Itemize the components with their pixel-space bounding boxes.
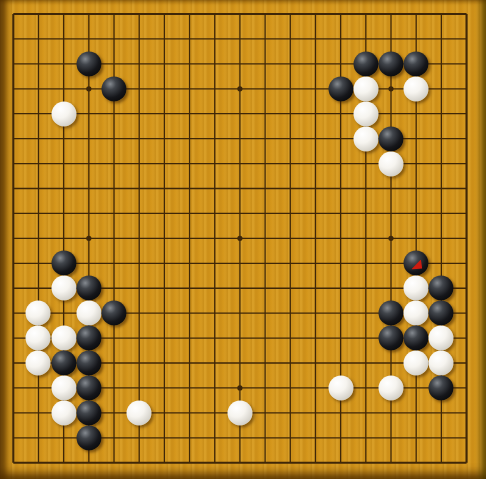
intersection[interactable] <box>353 176 378 201</box>
intersection[interactable] <box>101 375 126 400</box>
intersection[interactable] <box>1 301 26 326</box>
intersection[interactable] <box>303 251 328 276</box>
intersection[interactable] <box>227 301 252 326</box>
intersection[interactable] <box>26 151 51 176</box>
intersection[interactable] <box>454 151 479 176</box>
intersection[interactable] <box>202 301 227 326</box>
intersection[interactable] <box>353 226 378 251</box>
intersection[interactable] <box>1 251 26 276</box>
intersection[interactable] <box>227 151 252 176</box>
intersection[interactable] <box>177 251 202 276</box>
intersection[interactable] <box>177 400 202 425</box>
intersection[interactable] <box>127 301 152 326</box>
intersection[interactable] <box>454 126 479 151</box>
intersection[interactable] <box>454 201 479 226</box>
intersection[interactable] <box>177 425 202 450</box>
intersection[interactable] <box>403 450 428 475</box>
intersection[interactable] <box>454 2 479 27</box>
intersection[interactable] <box>202 251 227 276</box>
intersection[interactable] <box>51 2 76 27</box>
intersection[interactable] <box>328 51 353 76</box>
intersection[interactable] <box>328 375 353 400</box>
intersection[interactable] <box>127 226 152 251</box>
intersection[interactable] <box>152 425 177 450</box>
intersection[interactable] <box>403 2 428 27</box>
intersection[interactable] <box>76 276 101 301</box>
intersection[interactable] <box>101 2 126 27</box>
intersection[interactable] <box>127 101 152 126</box>
intersection[interactable] <box>76 26 101 51</box>
intersection[interactable] <box>227 201 252 226</box>
intersection[interactable] <box>378 251 403 276</box>
intersection[interactable] <box>227 101 252 126</box>
intersection[interactable] <box>403 176 428 201</box>
intersection[interactable] <box>127 201 152 226</box>
intersection[interactable] <box>429 350 454 375</box>
intersection[interactable] <box>353 301 378 326</box>
intersection[interactable] <box>328 350 353 375</box>
intersection[interactable] <box>177 226 202 251</box>
intersection[interactable] <box>51 400 76 425</box>
intersection[interactable] <box>26 101 51 126</box>
intersection[interactable] <box>202 276 227 301</box>
intersection[interactable] <box>101 76 126 101</box>
intersection[interactable] <box>1 276 26 301</box>
intersection[interactable] <box>278 101 303 126</box>
intersection[interactable] <box>152 76 177 101</box>
intersection[interactable] <box>76 2 101 27</box>
intersection[interactable] <box>202 101 227 126</box>
intersection[interactable] <box>51 176 76 201</box>
intersection[interactable] <box>378 450 403 475</box>
intersection[interactable] <box>127 176 152 201</box>
intersection[interactable] <box>101 176 126 201</box>
intersection[interactable] <box>252 276 277 301</box>
intersection[interactable] <box>202 201 227 226</box>
intersection[interactable] <box>303 126 328 151</box>
intersection[interactable] <box>378 326 403 351</box>
intersection[interactable] <box>378 26 403 51</box>
intersection[interactable] <box>76 176 101 201</box>
intersection[interactable] <box>1 126 26 151</box>
intersection[interactable] <box>101 101 126 126</box>
intersection[interactable] <box>429 126 454 151</box>
intersection[interactable] <box>26 176 51 201</box>
intersection[interactable] <box>328 26 353 51</box>
intersection[interactable] <box>51 76 76 101</box>
intersection[interactable] <box>26 2 51 27</box>
intersection[interactable] <box>202 126 227 151</box>
intersection[interactable] <box>328 101 353 126</box>
intersection[interactable] <box>127 251 152 276</box>
intersection[interactable] <box>51 51 76 76</box>
intersection[interactable] <box>177 350 202 375</box>
intersection[interactable] <box>227 51 252 76</box>
intersection[interactable] <box>76 151 101 176</box>
intersection[interactable] <box>278 2 303 27</box>
intersection[interactable] <box>127 425 152 450</box>
intersection[interactable] <box>303 176 328 201</box>
intersection[interactable] <box>51 251 76 276</box>
intersection[interactable] <box>328 450 353 475</box>
intersection[interactable] <box>227 400 252 425</box>
intersection[interactable] <box>403 51 428 76</box>
intersection[interactable] <box>403 26 428 51</box>
intersection[interactable] <box>26 350 51 375</box>
intersection[interactable] <box>303 301 328 326</box>
intersection[interactable] <box>328 2 353 27</box>
intersection[interactable] <box>252 176 277 201</box>
intersection[interactable] <box>403 400 428 425</box>
intersection[interactable] <box>403 276 428 301</box>
intersection[interactable] <box>177 326 202 351</box>
intersection[interactable] <box>403 101 428 126</box>
intersection[interactable] <box>51 151 76 176</box>
intersection[interactable] <box>1 26 26 51</box>
intersection[interactable] <box>1 425 26 450</box>
intersection[interactable] <box>328 76 353 101</box>
intersection[interactable] <box>152 51 177 76</box>
intersection[interactable] <box>177 76 202 101</box>
intersection[interactable] <box>303 276 328 301</box>
intersection[interactable] <box>51 101 76 126</box>
intersection[interactable] <box>278 26 303 51</box>
intersection[interactable] <box>51 301 76 326</box>
intersection[interactable] <box>177 26 202 51</box>
intersection[interactable] <box>252 326 277 351</box>
intersection[interactable] <box>177 301 202 326</box>
intersection[interactable] <box>76 126 101 151</box>
intersection[interactable] <box>76 76 101 101</box>
intersection[interactable] <box>429 26 454 51</box>
intersection[interactable] <box>227 226 252 251</box>
intersection[interactable] <box>378 2 403 27</box>
intersection[interactable] <box>353 2 378 27</box>
intersection[interactable] <box>278 126 303 151</box>
intersection[interactable] <box>76 350 101 375</box>
intersection[interactable] <box>227 276 252 301</box>
intersection[interactable] <box>152 101 177 126</box>
intersection[interactable] <box>26 400 51 425</box>
intersection[interactable] <box>252 126 277 151</box>
intersection[interactable] <box>152 400 177 425</box>
intersection[interactable] <box>177 51 202 76</box>
intersection[interactable] <box>76 425 101 450</box>
intersection[interactable] <box>303 101 328 126</box>
intersection[interactable] <box>278 176 303 201</box>
intersection[interactable] <box>127 375 152 400</box>
intersection[interactable] <box>429 2 454 27</box>
intersection[interactable] <box>51 126 76 151</box>
intersection[interactable] <box>26 425 51 450</box>
intersection[interactable] <box>227 2 252 27</box>
intersection[interactable] <box>127 276 152 301</box>
intersection[interactable] <box>378 226 403 251</box>
intersection[interactable] <box>454 251 479 276</box>
intersection[interactable] <box>101 350 126 375</box>
intersection[interactable] <box>152 450 177 475</box>
intersection[interactable] <box>1 2 26 27</box>
intersection[interactable] <box>252 226 277 251</box>
intersection[interactable] <box>278 450 303 475</box>
intersection[interactable] <box>152 326 177 351</box>
intersection[interactable] <box>429 326 454 351</box>
intersection[interactable] <box>177 126 202 151</box>
intersection[interactable] <box>152 151 177 176</box>
intersection[interactable] <box>429 176 454 201</box>
intersection[interactable] <box>101 26 126 51</box>
intersection[interactable] <box>51 201 76 226</box>
intersection[interactable] <box>328 251 353 276</box>
intersection[interactable] <box>26 201 51 226</box>
intersection[interactable] <box>26 26 51 51</box>
intersection[interactable] <box>101 276 126 301</box>
intersection[interactable] <box>1 375 26 400</box>
intersection[interactable] <box>1 326 26 351</box>
intersection[interactable] <box>227 176 252 201</box>
intersection[interactable] <box>26 226 51 251</box>
intersection[interactable] <box>202 2 227 27</box>
intersection[interactable] <box>378 425 403 450</box>
intersection[interactable] <box>51 350 76 375</box>
intersection[interactable] <box>353 375 378 400</box>
intersection[interactable] <box>227 76 252 101</box>
intersection[interactable] <box>177 151 202 176</box>
intersection[interactable] <box>429 425 454 450</box>
intersection[interactable] <box>252 101 277 126</box>
intersection[interactable] <box>403 326 428 351</box>
intersection[interactable] <box>127 2 152 27</box>
intersection[interactable] <box>252 450 277 475</box>
intersection[interactable] <box>1 151 26 176</box>
intersection[interactable] <box>328 326 353 351</box>
intersection[interactable] <box>278 151 303 176</box>
intersection[interactable] <box>353 76 378 101</box>
intersection[interactable] <box>429 101 454 126</box>
intersection[interactable] <box>152 26 177 51</box>
intersection[interactable] <box>378 201 403 226</box>
intersection[interactable] <box>227 326 252 351</box>
intersection[interactable] <box>278 251 303 276</box>
intersection[interactable] <box>26 76 51 101</box>
intersection[interactable] <box>202 326 227 351</box>
intersection[interactable] <box>303 400 328 425</box>
intersection[interactable] <box>26 251 51 276</box>
intersection[interactable] <box>353 26 378 51</box>
intersection[interactable] <box>328 151 353 176</box>
intersection[interactable] <box>26 450 51 475</box>
intersection[interactable] <box>353 201 378 226</box>
intersection[interactable] <box>1 350 26 375</box>
intersection[interactable] <box>353 276 378 301</box>
intersection[interactable] <box>26 126 51 151</box>
intersection[interactable] <box>429 201 454 226</box>
intersection[interactable] <box>303 450 328 475</box>
intersection[interactable] <box>429 400 454 425</box>
intersection[interactable] <box>353 51 378 76</box>
intersection[interactable] <box>101 301 126 326</box>
intersection[interactable] <box>378 76 403 101</box>
intersection[interactable] <box>303 226 328 251</box>
intersection[interactable] <box>177 450 202 475</box>
intersection[interactable] <box>252 151 277 176</box>
intersection[interactable] <box>252 251 277 276</box>
intersection[interactable] <box>328 201 353 226</box>
intersection[interactable] <box>328 425 353 450</box>
intersection[interactable] <box>127 76 152 101</box>
intersection[interactable] <box>227 26 252 51</box>
intersection[interactable] <box>51 450 76 475</box>
intersection[interactable] <box>429 151 454 176</box>
intersection[interactable] <box>303 375 328 400</box>
intersection[interactable] <box>177 375 202 400</box>
intersection[interactable] <box>177 2 202 27</box>
intersection[interactable] <box>378 51 403 76</box>
intersection[interactable] <box>403 251 428 276</box>
intersection[interactable] <box>328 301 353 326</box>
intersection[interactable] <box>278 425 303 450</box>
intersection[interactable] <box>152 350 177 375</box>
intersection[interactable] <box>278 51 303 76</box>
intersection[interactable] <box>127 26 152 51</box>
intersection[interactable] <box>227 350 252 375</box>
intersection[interactable] <box>76 301 101 326</box>
intersection[interactable] <box>378 151 403 176</box>
intersection[interactable] <box>227 251 252 276</box>
intersection[interactable] <box>152 126 177 151</box>
intersection[interactable] <box>429 450 454 475</box>
intersection[interactable] <box>454 26 479 51</box>
intersection[interactable] <box>252 201 277 226</box>
intersection[interactable] <box>303 201 328 226</box>
intersection[interactable] <box>51 375 76 400</box>
intersection[interactable] <box>252 26 277 51</box>
intersection[interactable] <box>227 375 252 400</box>
intersection[interactable] <box>252 375 277 400</box>
intersection[interactable] <box>127 126 152 151</box>
intersection[interactable] <box>177 276 202 301</box>
intersection[interactable] <box>454 276 479 301</box>
intersection[interactable] <box>101 201 126 226</box>
intersection[interactable] <box>403 425 428 450</box>
intersection[interactable] <box>1 201 26 226</box>
intersection[interactable] <box>278 301 303 326</box>
intersection[interactable] <box>202 375 227 400</box>
intersection[interactable] <box>429 251 454 276</box>
intersection[interactable] <box>278 400 303 425</box>
intersection[interactable] <box>152 2 177 27</box>
intersection[interactable] <box>378 301 403 326</box>
intersection[interactable] <box>101 151 126 176</box>
intersection[interactable] <box>76 51 101 76</box>
intersection[interactable] <box>429 276 454 301</box>
intersection[interactable] <box>127 151 152 176</box>
intersection[interactable] <box>429 76 454 101</box>
intersection[interactable] <box>202 226 227 251</box>
intersection[interactable] <box>328 400 353 425</box>
intersection[interactable] <box>303 51 328 76</box>
intersection[interactable] <box>353 151 378 176</box>
intersection[interactable] <box>403 126 428 151</box>
intersection[interactable] <box>278 276 303 301</box>
intersection[interactable] <box>152 176 177 201</box>
intersection[interactable] <box>454 375 479 400</box>
intersection[interactable] <box>76 326 101 351</box>
intersection[interactable] <box>252 51 277 76</box>
intersection[interactable] <box>278 326 303 351</box>
intersection[interactable] <box>51 226 76 251</box>
intersection[interactable] <box>26 276 51 301</box>
intersection[interactable] <box>378 126 403 151</box>
intersection[interactable] <box>152 301 177 326</box>
intersection[interactable] <box>454 76 479 101</box>
intersection[interactable] <box>177 201 202 226</box>
intersection[interactable] <box>177 101 202 126</box>
intersection[interactable] <box>454 101 479 126</box>
intersection[interactable] <box>278 375 303 400</box>
intersection[interactable] <box>101 326 126 351</box>
intersection[interactable] <box>454 450 479 475</box>
intersection[interactable] <box>101 251 126 276</box>
intersection[interactable] <box>1 76 26 101</box>
intersection[interactable] <box>252 76 277 101</box>
intersection[interactable] <box>1 400 26 425</box>
intersection[interactable] <box>202 76 227 101</box>
intersection[interactable] <box>454 425 479 450</box>
intersection[interactable] <box>353 126 378 151</box>
intersection[interactable] <box>152 375 177 400</box>
intersection[interactable] <box>429 226 454 251</box>
intersection[interactable] <box>127 450 152 475</box>
intersection[interactable] <box>454 326 479 351</box>
intersection[interactable] <box>353 101 378 126</box>
intersection[interactable] <box>101 126 126 151</box>
intersection[interactable] <box>303 26 328 51</box>
intersection[interactable] <box>76 375 101 400</box>
intersection[interactable] <box>1 176 26 201</box>
intersection[interactable] <box>26 375 51 400</box>
intersection[interactable] <box>76 450 101 475</box>
intersection[interactable] <box>353 425 378 450</box>
intersection[interactable] <box>328 176 353 201</box>
intersection[interactable] <box>454 301 479 326</box>
intersection[interactable] <box>378 276 403 301</box>
intersection[interactable] <box>76 101 101 126</box>
intersection[interactable] <box>278 350 303 375</box>
intersection[interactable] <box>152 226 177 251</box>
intersection[interactable] <box>1 101 26 126</box>
intersection[interactable] <box>101 51 126 76</box>
intersection[interactable] <box>127 326 152 351</box>
intersection[interactable] <box>202 400 227 425</box>
intersection[interactable] <box>76 226 101 251</box>
intersection[interactable] <box>278 201 303 226</box>
intersection[interactable] <box>26 301 51 326</box>
intersection[interactable] <box>403 301 428 326</box>
intersection[interactable] <box>328 276 353 301</box>
intersection[interactable] <box>378 375 403 400</box>
intersection[interactable] <box>454 226 479 251</box>
intersection[interactable] <box>51 26 76 51</box>
intersection[interactable] <box>202 350 227 375</box>
intersection[interactable] <box>303 350 328 375</box>
intersection[interactable] <box>202 26 227 51</box>
intersection[interactable] <box>227 425 252 450</box>
intersection[interactable] <box>202 176 227 201</box>
intersection[interactable] <box>454 51 479 76</box>
intersection[interactable] <box>328 126 353 151</box>
intersection[interactable] <box>278 226 303 251</box>
